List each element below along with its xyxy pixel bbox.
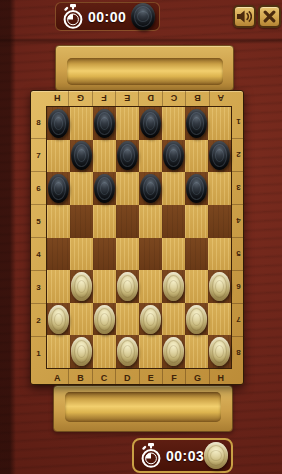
close-icon	[263, 10, 276, 23]
light-piece-F1[interactable]	[163, 337, 184, 366]
square-A4[interactable]	[47, 238, 70, 271]
square-C8[interactable]	[93, 107, 116, 140]
square-F7[interactable]	[162, 140, 185, 173]
coord-label-7: 7	[232, 304, 245, 337]
square-D2[interactable]	[116, 303, 139, 336]
square-B3[interactable]	[70, 270, 93, 303]
coord-label-F: F	[162, 369, 185, 386]
coord-label-H: H	[46, 91, 69, 106]
dark-piece-G6[interactable]	[186, 174, 207, 203]
square-D6[interactable]	[116, 172, 139, 205]
coord-label-C: C	[163, 91, 186, 106]
light-piece-G2[interactable]	[186, 305, 207, 334]
square-B5[interactable]	[70, 205, 93, 238]
opponent-timer: 00:00	[55, 2, 160, 31]
coord-label-B: B	[68, 369, 91, 386]
coord-label-E: E	[116, 91, 139, 106]
stopwatch-icon	[141, 443, 161, 469]
coord-label-D: D	[115, 369, 138, 386]
square-H3[interactable]	[208, 270, 231, 303]
coord-label-3: 3	[31, 270, 46, 303]
dark-piece-E8[interactable]	[140, 109, 161, 138]
player-light-piece-indicator	[204, 442, 228, 469]
square-H2[interactable]	[208, 303, 231, 336]
square-A7[interactable]	[47, 140, 70, 173]
square-A1[interactable]	[47, 335, 70, 368]
player-timer: 00:03	[132, 438, 233, 473]
coord-label-G: G	[69, 91, 92, 106]
coord-label-4: 4	[31, 237, 46, 270]
coord-label-2: 2	[31, 303, 46, 336]
square-G3[interactable]	[185, 270, 208, 303]
square-H5[interactable]	[208, 205, 231, 238]
rank-strip-left: 87654321	[31, 106, 46, 369]
square-E3[interactable]	[139, 270, 162, 303]
square-D1[interactable]	[116, 335, 139, 368]
square-G6[interactable]	[185, 172, 208, 205]
coord-label-E: E	[139, 369, 162, 386]
light-piece-D3[interactable]	[117, 272, 138, 301]
square-B6[interactable]	[70, 172, 93, 205]
dark-piece-G8[interactable]	[186, 109, 207, 138]
square-G2[interactable]	[185, 303, 208, 336]
square-E2[interactable]	[139, 303, 162, 336]
square-E5[interactable]	[139, 205, 162, 238]
light-piece-D1[interactable]	[117, 337, 138, 366]
square-F5[interactable]	[162, 205, 185, 238]
coord-label-A: A	[210, 91, 232, 106]
coord-label-4: 4	[232, 205, 245, 238]
dark-piece-A8[interactable]	[48, 109, 69, 138]
opponent-dark-piece-indicator	[131, 3, 155, 30]
square-A6[interactable]	[47, 172, 70, 205]
square-E1[interactable]	[139, 335, 162, 368]
square-B4[interactable]	[70, 238, 93, 271]
coord-label-7: 7	[31, 138, 46, 171]
square-A5[interactable]	[47, 205, 70, 238]
square-G8[interactable]	[185, 107, 208, 140]
coord-label-C: C	[92, 369, 115, 386]
square-H1[interactable]	[208, 335, 231, 368]
square-H4[interactable]	[208, 238, 231, 271]
square-C4[interactable]	[93, 238, 116, 271]
square-E7[interactable]	[139, 140, 162, 173]
square-H8[interactable]	[208, 107, 231, 140]
opponent-capture-tray-bar	[67, 58, 223, 85]
dark-piece-F7[interactable]	[163, 141, 184, 170]
opponent-capture-tray	[55, 45, 234, 91]
square-G1[interactable]	[185, 335, 208, 368]
coord-label-5: 5	[31, 204, 46, 237]
coord-label-6: 6	[31, 171, 46, 204]
light-piece-C2[interactable]	[94, 305, 115, 334]
light-piece-A2[interactable]	[48, 305, 69, 334]
rank-strip-right: 87654321	[232, 106, 245, 369]
checkers-app: 00:00 ABCDEFGH ABCDEFGH 87654321 8765432…	[0, 0, 282, 474]
square-G7[interactable]	[185, 140, 208, 173]
square-H6[interactable]	[208, 172, 231, 205]
opponent-time: 00:00	[88, 9, 126, 25]
coord-label-8: 8	[31, 106, 46, 138]
square-C3[interactable]	[93, 270, 116, 303]
coord-label-1: 1	[31, 336, 46, 369]
dark-piece-A6[interactable]	[48, 174, 69, 203]
square-E8[interactable]	[139, 107, 162, 140]
square-F4[interactable]	[162, 238, 185, 271]
square-B1[interactable]	[70, 335, 93, 368]
square-C5[interactable]	[93, 205, 116, 238]
square-D8[interactable]	[116, 107, 139, 140]
square-A8[interactable]	[47, 107, 70, 140]
square-F1[interactable]	[162, 335, 185, 368]
square-C2[interactable]	[93, 303, 116, 336]
square-F2[interactable]	[162, 303, 185, 336]
coord-label-5: 5	[232, 238, 245, 271]
square-D4[interactable]	[116, 238, 139, 271]
coord-label-1: 1	[232, 106, 245, 139]
square-B2[interactable]	[70, 303, 93, 336]
square-D7[interactable]	[116, 140, 139, 173]
stopwatch-icon	[63, 4, 83, 30]
dark-piece-E6[interactable]	[140, 174, 161, 203]
light-piece-H1[interactable]	[209, 337, 230, 366]
dark-piece-C8[interactable]	[94, 109, 115, 138]
square-F6[interactable]	[162, 172, 185, 205]
coord-label-B: B	[186, 91, 209, 106]
square-F8[interactable]	[162, 107, 185, 140]
square-H7[interactable]	[208, 140, 231, 173]
coord-label-A: A	[46, 369, 68, 386]
coord-label-D: D	[140, 91, 163, 106]
dark-piece-B7[interactable]	[71, 141, 92, 170]
file-strip-top: ABCDEFGH	[46, 91, 232, 106]
light-piece-B1[interactable]	[71, 337, 92, 366]
square-C7[interactable]	[93, 140, 116, 173]
square-G5[interactable]	[185, 205, 208, 238]
close-button[interactable]	[258, 5, 281, 28]
dark-piece-C6[interactable]	[94, 174, 115, 203]
square-E4[interactable]	[139, 238, 162, 271]
square-B7[interactable]	[70, 140, 93, 173]
coord-label-6: 6	[232, 271, 245, 304]
sound-button[interactable]	[233, 5, 256, 28]
board-grid	[46, 106, 232, 369]
light-piece-E2[interactable]	[140, 305, 161, 334]
square-A2[interactable]	[47, 303, 70, 336]
player-capture-tray	[53, 385, 233, 432]
coord-label-F: F	[93, 91, 116, 106]
square-C6[interactable]	[93, 172, 116, 205]
light-piece-F3[interactable]	[163, 272, 184, 301]
square-E6[interactable]	[139, 172, 162, 205]
square-G4[interactable]	[185, 238, 208, 271]
square-D3[interactable]	[116, 270, 139, 303]
light-piece-B3[interactable]	[71, 272, 92, 301]
coord-label-8: 8	[232, 337, 245, 369]
square-B8[interactable]	[70, 107, 93, 140]
player-time: 00:03	[166, 448, 204, 464]
file-strip-bottom: ABCDEFGH	[46, 369, 232, 386]
speaker-icon	[237, 10, 252, 23]
dark-piece-D7[interactable]	[117, 141, 138, 170]
coord-label-2: 2	[232, 139, 245, 172]
square-C1[interactable]	[93, 335, 116, 368]
square-D5[interactable]	[116, 205, 139, 238]
player-capture-tray-bar	[65, 392, 221, 422]
coord-label-3: 3	[232, 172, 245, 205]
checkers-board: ABCDEFGH ABCDEFGH 87654321 87654321	[30, 90, 244, 385]
square-A3[interactable]	[47, 270, 70, 303]
square-F3[interactable]	[162, 270, 185, 303]
coord-label-H: H	[209, 369, 232, 386]
dark-piece-H7[interactable]	[209, 141, 230, 170]
light-piece-H3[interactable]	[209, 272, 230, 301]
coord-label-G: G	[185, 369, 208, 386]
